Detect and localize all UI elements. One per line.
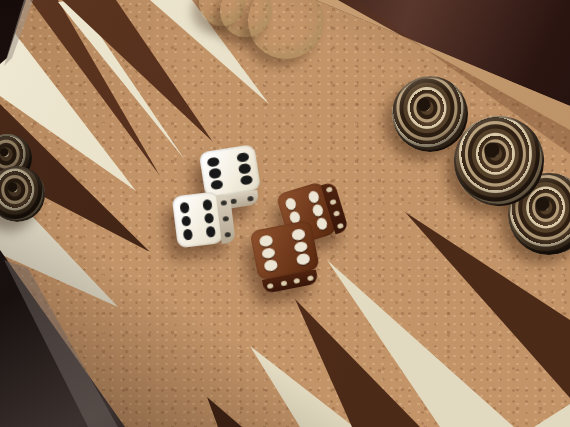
die-pip	[209, 168, 222, 179]
die-pip	[211, 179, 224, 190]
die-side-pip	[280, 280, 287, 286]
die-pip	[205, 226, 216, 238]
die-pip	[239, 174, 252, 185]
die-pip	[307, 190, 320, 204]
die-side-pip	[231, 198, 238, 204]
die-pip	[207, 157, 220, 168]
die-side-pip	[326, 186, 333, 193]
die-side-pip	[294, 277, 301, 283]
die-pip	[263, 259, 278, 272]
die-pip	[296, 253, 311, 266]
die-side-pip	[329, 198, 336, 205]
die-pip	[291, 228, 306, 241]
die-pip	[183, 228, 194, 240]
die-pip	[284, 197, 297, 211]
backgammon-board	[0, 0, 570, 427]
die-pip	[180, 202, 191, 214]
die-side-pip	[224, 232, 231, 238]
marbled-checker[interactable]	[454, 116, 544, 206]
die-white-2[interactable]	[172, 190, 237, 255]
die-pip	[258, 234, 273, 247]
die-pip	[293, 241, 308, 254]
die-side-pip	[333, 211, 340, 218]
die-side-pip	[267, 283, 274, 289]
die-side-pip	[337, 223, 344, 230]
marbled-checker[interactable]	[392, 76, 468, 152]
die-side-pip	[307, 275, 314, 281]
die-pip	[316, 217, 329, 231]
die-side-pip	[247, 195, 254, 201]
die-pip	[181, 215, 192, 227]
die-brown-2[interactable]	[249, 220, 322, 295]
die-pip	[202, 199, 213, 211]
die-pip	[238, 163, 251, 174]
die-pip	[236, 152, 249, 163]
die-pip	[261, 247, 276, 260]
die-side-pip	[221, 200, 228, 206]
die-pip	[204, 212, 215, 224]
die-pip	[311, 203, 324, 217]
die-side-pip	[222, 216, 229, 222]
